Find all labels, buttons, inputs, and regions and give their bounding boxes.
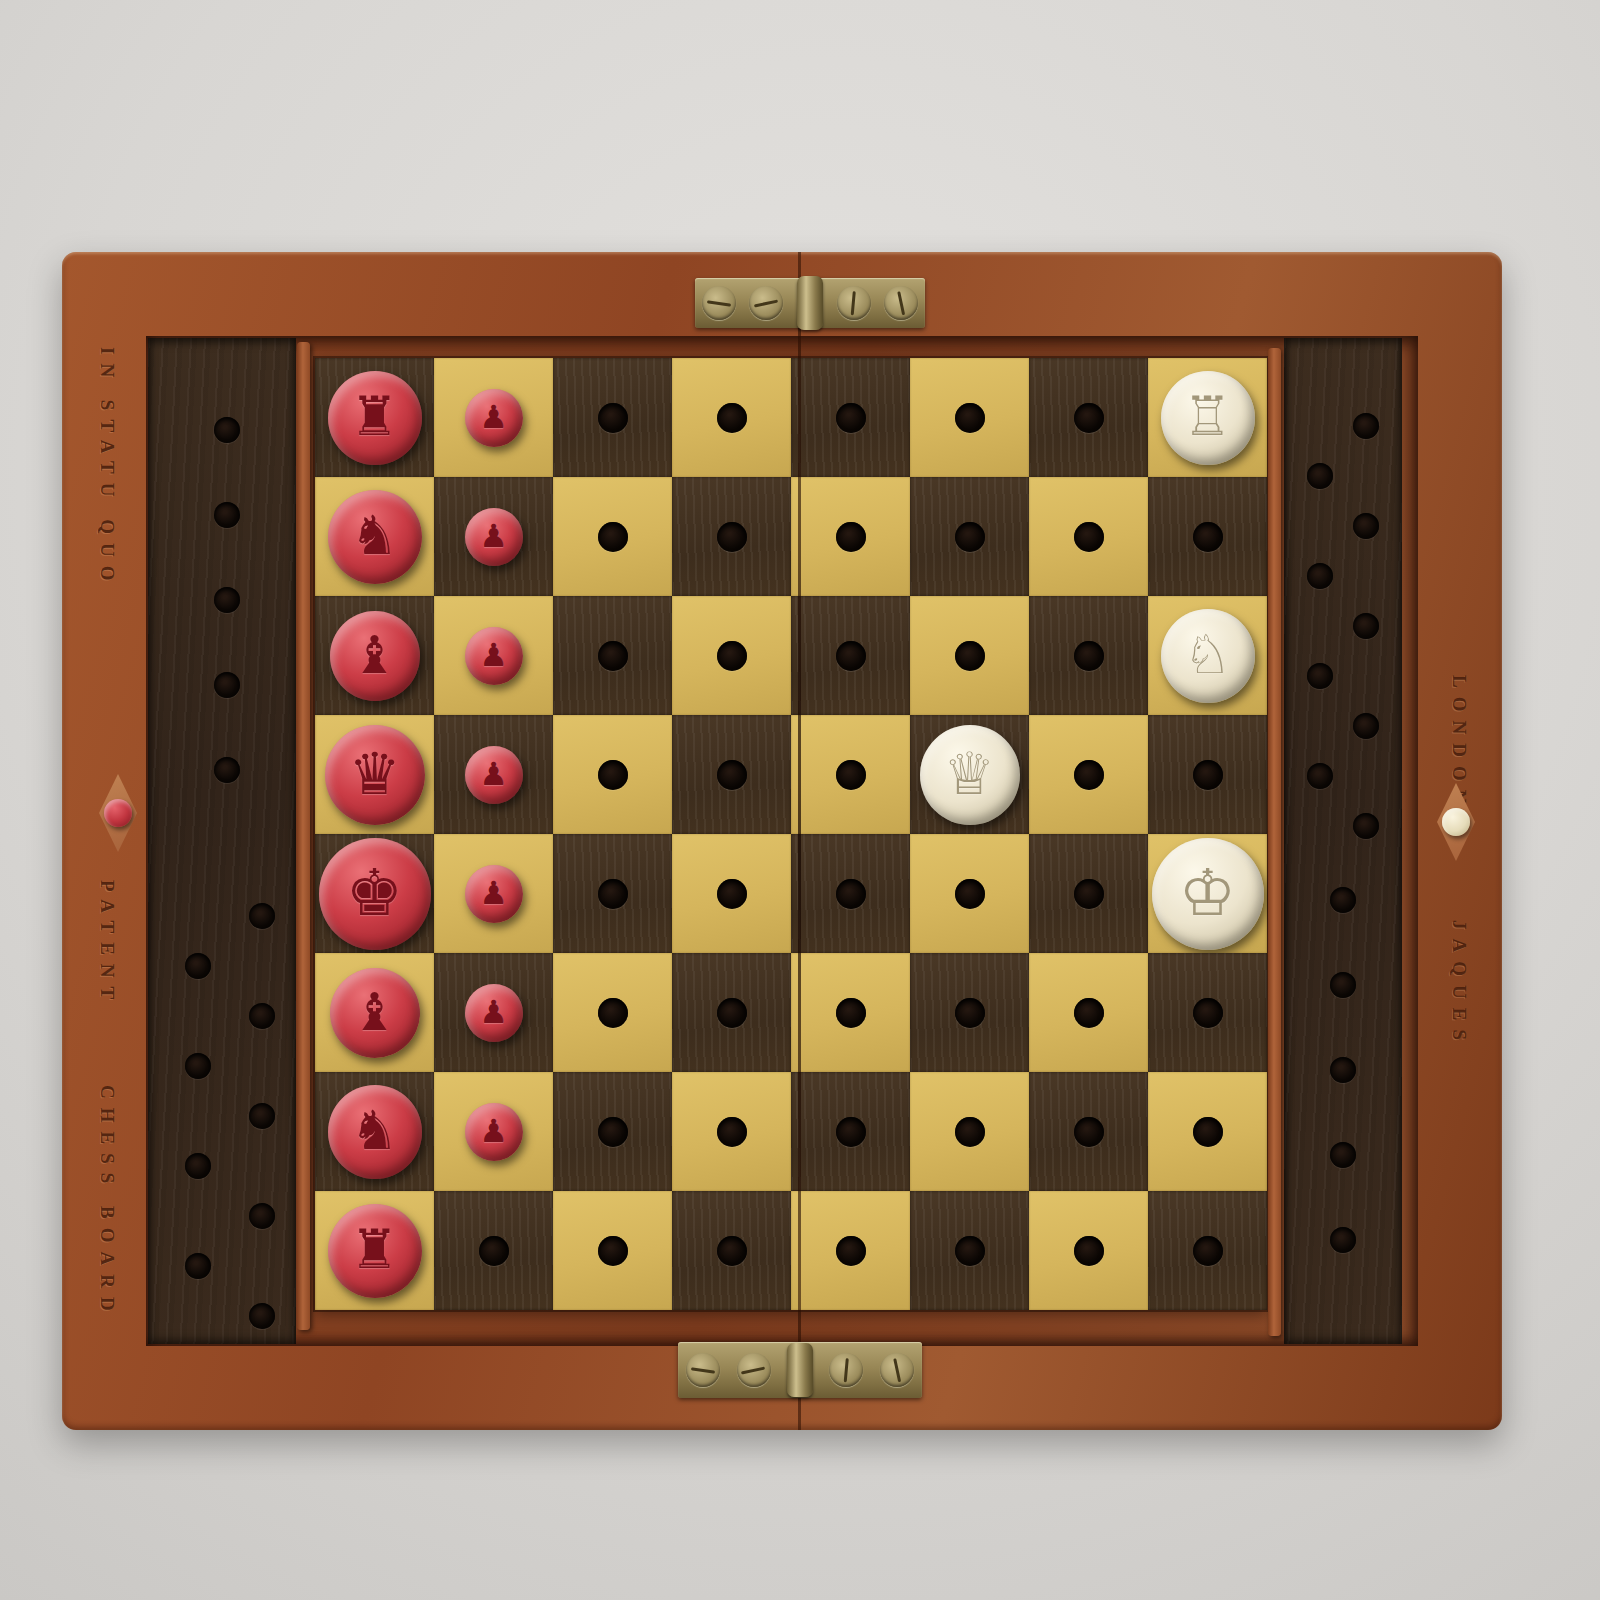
- square-r5c5[interactable]: [791, 834, 910, 953]
- square-r3c3[interactable]: [553, 596, 672, 715]
- storage-hole: [214, 502, 240, 528]
- square-r7c8[interactable]: [1148, 1072, 1267, 1191]
- left-tray: [148, 338, 296, 1344]
- square-r3c2[interactable]: ♟: [434, 596, 553, 715]
- square-r7c5[interactable]: [791, 1072, 910, 1191]
- peg-hole: [717, 403, 747, 433]
- square-r1c5[interactable]: [791, 358, 910, 477]
- peg-hole: [836, 641, 866, 671]
- screw-icon: [829, 1353, 863, 1387]
- square-r7c1[interactable]: ♞: [315, 1072, 434, 1191]
- screw-slot: [706, 300, 731, 306]
- square-r5c7[interactable]: [1029, 834, 1148, 953]
- square-r5c1[interactable]: ♚: [315, 834, 434, 953]
- piece-red-queen[interactable]: ♛: [325, 725, 425, 825]
- peg-hole: [836, 760, 866, 790]
- storage-hole: [214, 587, 240, 613]
- storage-hole: [1307, 763, 1333, 789]
- red-pawn-icon: ♟: [479, 996, 508, 1028]
- peg-hole: [955, 998, 985, 1028]
- square-r8c7[interactable]: [1029, 1191, 1148, 1310]
- engraving-patent: PATENT: [96, 880, 118, 1008]
- square-r2c7[interactable]: [1029, 477, 1148, 596]
- peg-hole: [1074, 1236, 1104, 1266]
- piece-ivory-rook[interactable]: ♖: [1161, 371, 1255, 465]
- storage-hole: [185, 1153, 211, 1179]
- piece-red-knight[interactable]: ♞: [328, 490, 422, 584]
- red-turn-peg[interactable]: [104, 799, 132, 827]
- square-r6c7[interactable]: [1029, 953, 1148, 1072]
- screw-icon: [702, 286, 736, 320]
- square-r2c8[interactable]: [1148, 477, 1267, 596]
- peg-hole: [598, 1236, 628, 1266]
- square-r8c6[interactable]: [910, 1191, 1029, 1310]
- ivory-knight-icon: ♘: [1183, 627, 1231, 681]
- square-r5c3[interactable]: [553, 834, 672, 953]
- screw-icon: [749, 286, 783, 320]
- square-r4c3[interactable]: [553, 715, 672, 834]
- left-frame-diamond-inlay: [99, 774, 137, 852]
- square-r8c2[interactable]: [434, 1191, 553, 1310]
- box-recess: ♜♟♖♞♟♝♟♘♛♟♕♚♟♔♝♟♞♟♜: [146, 336, 1418, 1346]
- red-pawn-icon: ♟: [479, 639, 508, 671]
- storage-hole: [1353, 513, 1379, 539]
- storage-hole: [1330, 972, 1356, 998]
- square-r3c4[interactable]: [672, 596, 791, 715]
- peg-hole: [1074, 403, 1104, 433]
- right-tray: [1284, 338, 1402, 1344]
- screw-slot: [741, 1366, 766, 1374]
- peg-hole: [479, 1236, 509, 1266]
- square-r2c6[interactable]: [910, 477, 1029, 596]
- peg-hole: [598, 522, 628, 552]
- piece-red-pawn[interactable]: ♟: [465, 389, 523, 447]
- red-rook-icon: ♜: [350, 1222, 398, 1276]
- engraving-in-statu-quo: IN STATU QUO: [96, 347, 118, 589]
- square-r2c1[interactable]: ♞: [315, 477, 434, 596]
- square-r6c1[interactable]: ♝: [315, 953, 434, 1072]
- red-rook-icon: ♜: [350, 389, 398, 443]
- engraving-chess-board: CHESS BOARD: [96, 1085, 118, 1320]
- square-r8c4[interactable]: [672, 1191, 791, 1310]
- ivory-king-icon: ♔: [1179, 860, 1236, 924]
- red-knight-icon: ♞: [350, 508, 398, 562]
- square-r2c4[interactable]: [672, 477, 791, 596]
- peg-hole: [955, 641, 985, 671]
- red-queen-icon: ♛: [349, 744, 401, 802]
- peg-hole: [955, 1117, 985, 1147]
- square-r6c3[interactable]: [553, 953, 672, 1072]
- square-r5c6[interactable]: [910, 834, 1029, 953]
- peg-hole: [1074, 998, 1104, 1028]
- peg-hole: [598, 998, 628, 1028]
- square-r1c6[interactable]: [910, 358, 1029, 477]
- red-bishop-icon: ♝: [351, 985, 398, 1037]
- peg-hole: [717, 879, 747, 909]
- peg-hole: [1074, 879, 1104, 909]
- square-r7c4[interactable]: [672, 1072, 791, 1191]
- storage-hole: [1353, 613, 1379, 639]
- peg-hole: [836, 522, 866, 552]
- square-r6c2[interactable]: ♟: [434, 953, 553, 1072]
- storage-hole: [1330, 1227, 1356, 1253]
- board: ♜♟♖♞♟♝♟♘♛♟♕♚♟♔♝♟♞♟♜: [315, 358, 1267, 1310]
- piece-ivory-queen[interactable]: ♕: [920, 725, 1020, 825]
- red-pawn-icon: ♟: [479, 877, 508, 909]
- square-r1c1[interactable]: ♜: [315, 358, 434, 477]
- square-r5c8[interactable]: ♔: [1148, 834, 1267, 953]
- engraving-jaques: JAQUES: [1448, 920, 1470, 1049]
- peg-hole: [955, 403, 985, 433]
- peg-hole: [598, 879, 628, 909]
- storage-hole: [214, 417, 240, 443]
- peg-hole: [1074, 522, 1104, 552]
- screw-slot: [691, 1367, 716, 1373]
- peg-hole: [598, 403, 628, 433]
- square-r1c4[interactable]: [672, 358, 791, 477]
- peg-hole: [836, 998, 866, 1028]
- chess-box: IN STATU QUO PATENT CHESS BOARD LONDON J…: [62, 252, 1502, 1430]
- square-r5c2[interactable]: ♟: [434, 834, 553, 953]
- peg-hole: [598, 760, 628, 790]
- peg-hole: [836, 879, 866, 909]
- red-pawn-icon: ♟: [479, 1115, 508, 1147]
- square-r3c5[interactable]: [791, 596, 910, 715]
- storage-hole: [249, 1103, 275, 1129]
- storage-hole: [185, 953, 211, 979]
- square-r3c7[interactable]: [1029, 596, 1148, 715]
- peg-hole: [1074, 641, 1104, 671]
- ivory-rook-icon: ♖: [1183, 389, 1231, 443]
- square-r8c1[interactable]: ♜: [315, 1191, 434, 1310]
- square-r1c7[interactable]: [1029, 358, 1148, 477]
- storage-hole: [1307, 463, 1333, 489]
- square-r7c3[interactable]: [553, 1072, 672, 1191]
- red-pawn-icon: ♟: [479, 401, 508, 433]
- red-bishop-icon: ♝: [351, 628, 398, 680]
- piece-red-pawn[interactable]: ♟: [465, 508, 523, 566]
- storage-hole: [1330, 887, 1356, 913]
- piece-red-knight[interactable]: ♞: [328, 1085, 422, 1179]
- peg-hole: [1193, 522, 1223, 552]
- ivory-turn-peg[interactable]: [1442, 808, 1470, 836]
- photo-background: { "scene": { "description": "Antique Jaq…: [0, 0, 1600, 1600]
- piece-red-rook[interactable]: ♜: [328, 1204, 422, 1298]
- square-r3c6[interactable]: [910, 596, 1029, 715]
- storage-hole: [214, 672, 240, 698]
- peg-hole: [955, 1236, 985, 1266]
- fold-seam: [798, 252, 801, 1430]
- square-r4c4[interactable]: [672, 715, 791, 834]
- peg-hole: [717, 641, 747, 671]
- peg-hole: [1074, 1117, 1104, 1147]
- storage-hole: [249, 1203, 275, 1229]
- peg-hole: [955, 879, 985, 909]
- screw-icon: [737, 1353, 771, 1387]
- storage-hole: [1307, 563, 1333, 589]
- hinge-knuckle: [797, 276, 823, 330]
- square-r8c5[interactable]: [791, 1191, 910, 1310]
- storage-hole: [1330, 1057, 1356, 1083]
- screw-slot: [897, 291, 905, 316]
- peg-hole: [955, 522, 985, 552]
- hinge-knuckle: [787, 1343, 813, 1397]
- ivory-queen-icon: ♕: [944, 744, 996, 802]
- piece-red-pawn[interactable]: ♟: [465, 865, 523, 923]
- screw-icon: [884, 286, 918, 320]
- peg-hole: [1193, 760, 1223, 790]
- storage-hole: [185, 1253, 211, 1279]
- peg-hole: [1074, 760, 1104, 790]
- square-r2c5[interactable]: [791, 477, 910, 596]
- screw-slot: [893, 1358, 901, 1383]
- square-r6c4[interactable]: [672, 953, 791, 1072]
- right-divider-stick[interactable]: [1268, 348, 1281, 1336]
- left-divider-stick[interactable]: [297, 342, 310, 1330]
- piece-ivory-knight[interactable]: ♘: [1161, 609, 1255, 703]
- storage-hole: [1353, 813, 1379, 839]
- square-r1c8[interactable]: ♖: [1148, 358, 1267, 477]
- piece-red-bishop[interactable]: ♝: [330, 611, 420, 701]
- screw-icon: [880, 1353, 914, 1387]
- peg-hole: [836, 1236, 866, 1266]
- screw-slot: [844, 1358, 849, 1383]
- peg-hole: [717, 760, 747, 790]
- square-r6c8[interactable]: [1148, 953, 1267, 1072]
- screw-slot: [851, 291, 856, 316]
- square-r8c3[interactable]: [553, 1191, 672, 1310]
- storage-hole: [249, 1003, 275, 1029]
- peg-hole: [717, 1117, 747, 1147]
- piece-ivory-king[interactable]: ♔: [1152, 838, 1264, 950]
- peg-hole: [717, 522, 747, 552]
- peg-hole: [717, 1236, 747, 1266]
- square-r4c6[interactable]: ♕: [910, 715, 1029, 834]
- piece-red-pawn[interactable]: ♟: [465, 984, 523, 1042]
- storage-hole: [1330, 1142, 1356, 1168]
- storage-hole: [214, 757, 240, 783]
- square-r6c5[interactable]: [791, 953, 910, 1072]
- square-r4c2[interactable]: ♟: [434, 715, 553, 834]
- peg-hole: [1193, 998, 1223, 1028]
- storage-hole: [249, 1303, 275, 1329]
- red-knight-icon: ♞: [350, 1103, 398, 1157]
- square-r8c8[interactable]: [1148, 1191, 1267, 1310]
- piece-red-rook[interactable]: ♜: [328, 371, 422, 465]
- square-r7c6[interactable]: [910, 1072, 1029, 1191]
- screw-slot: [754, 299, 779, 307]
- peg-hole: [1193, 1236, 1223, 1266]
- storage-hole: [1353, 413, 1379, 439]
- square-r4c8[interactable]: [1148, 715, 1267, 834]
- square-r7c2[interactable]: ♟: [434, 1072, 553, 1191]
- square-r5c4[interactable]: [672, 834, 791, 953]
- screw-icon: [837, 286, 871, 320]
- storage-hole: [1307, 663, 1333, 689]
- peg-hole: [1193, 1117, 1223, 1147]
- square-r1c2[interactable]: ♟: [434, 358, 553, 477]
- square-r4c7[interactable]: [1029, 715, 1148, 834]
- peg-hole: [836, 403, 866, 433]
- peg-hole: [598, 641, 628, 671]
- storage-hole: [185, 1053, 211, 1079]
- square-r4c5[interactable]: [791, 715, 910, 834]
- red-king-icon: ♚: [346, 860, 403, 924]
- top-hinge: [695, 278, 925, 328]
- piece-red-pawn[interactable]: ♟: [465, 1103, 523, 1161]
- storage-hole: [249, 903, 275, 929]
- square-r1c3[interactable]: [553, 358, 672, 477]
- piece-red-king[interactable]: ♚: [319, 838, 431, 950]
- peg-hole: [717, 998, 747, 1028]
- storage-hole: [1353, 713, 1379, 739]
- square-r3c1[interactable]: ♝: [315, 596, 434, 715]
- peg-hole: [836, 1117, 866, 1147]
- red-pawn-icon: ♟: [479, 520, 508, 552]
- peg-hole: [598, 1117, 628, 1147]
- red-pawn-icon: ♟: [479, 758, 508, 790]
- square-r2c3[interactable]: [553, 477, 672, 596]
- square-r2c2[interactable]: ♟: [434, 477, 553, 596]
- square-r3c8[interactable]: ♘: [1148, 596, 1267, 715]
- screw-icon: [686, 1353, 720, 1387]
- square-r7c7[interactable]: [1029, 1072, 1148, 1191]
- bottom-hinge: [678, 1342, 922, 1398]
- square-r4c1[interactable]: ♛: [315, 715, 434, 834]
- square-r6c6[interactable]: [910, 953, 1029, 1072]
- piece-red-pawn[interactable]: ♟: [465, 627, 523, 685]
- piece-red-pawn[interactable]: ♟: [465, 746, 523, 804]
- piece-red-bishop[interactable]: ♝: [330, 968, 420, 1058]
